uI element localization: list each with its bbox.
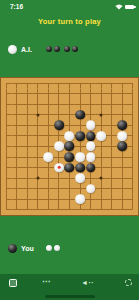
board-cell[interactable] — [22, 110, 33, 121]
board-cell[interactable] — [117, 99, 128, 110]
black-stone — [65, 163, 75, 173]
board-cell[interactable] — [12, 173, 23, 184]
board-cell[interactable] — [117, 131, 128, 142]
board-cell[interactable] — [64, 78, 75, 89]
board-cell[interactable] — [43, 110, 54, 121]
board-cell[interactable] — [22, 204, 33, 215]
black-stone — [86, 163, 96, 173]
board-cell[interactable] — [106, 110, 117, 121]
board-cell[interactable] — [75, 131, 86, 142]
board-cell[interactable] — [64, 99, 75, 110]
board-cell[interactable] — [54, 131, 65, 142]
white-stone — [75, 152, 85, 162]
captured-white-stone — [46, 245, 52, 251]
board-cell[interactable] — [54, 110, 65, 121]
black-stone — [54, 121, 64, 131]
board-cell[interactable] — [117, 120, 128, 131]
board-cell[interactable] — [64, 204, 75, 215]
board-cell[interactable] — [22, 183, 33, 194]
board-cell[interactable] — [43, 89, 54, 100]
home-indicator[interactable] — [45, 295, 95, 298]
white-stone — [117, 131, 127, 141]
board-cell[interactable] — [1, 141, 12, 152]
white-stone — [75, 173, 85, 183]
board-cell[interactable] — [33, 162, 44, 173]
hoshi-point — [100, 177, 103, 180]
board-cell[interactable] — [33, 99, 44, 110]
board-cell[interactable] — [54, 78, 65, 89]
board-cell[interactable] — [117, 183, 128, 194]
white-stone — [54, 163, 64, 173]
board-cell[interactable] — [85, 204, 96, 215]
stop-square-icon[interactable] — [9, 279, 17, 287]
board-cell[interactable] — [75, 194, 86, 205]
board-cell[interactable] — [43, 152, 54, 163]
board-cell[interactable] — [64, 110, 75, 121]
board-cell[interactable] — [85, 141, 96, 152]
board-cell[interactable] — [54, 99, 65, 110]
board-cell[interactable] — [64, 162, 75, 173]
status-icons — [115, 4, 135, 10]
board-cell[interactable] — [106, 89, 117, 100]
captured-black-stone — [64, 46, 70, 52]
white-stone — [65, 131, 75, 141]
board-cell[interactable] — [43, 99, 54, 110]
board-cell[interactable] — [33, 194, 44, 205]
board-cell[interactable] — [64, 194, 75, 205]
board-cell[interactable] — [96, 141, 107, 152]
board-cell[interactable] — [85, 99, 96, 110]
board-cell[interactable] — [117, 89, 128, 100]
you-player-row: You — [8, 243, 34, 253]
board-cell[interactable] — [54, 120, 65, 131]
board-cell[interactable] — [96, 152, 107, 163]
board-cell[interactable] — [12, 162, 23, 173]
board-cell[interactable] — [96, 204, 107, 215]
board-cell[interactable] — [96, 173, 107, 184]
hoshi-point — [36, 177, 39, 180]
board-cell[interactable] — [117, 110, 128, 121]
board-cell[interactable] — [43, 131, 54, 142]
board-cell[interactable] — [64, 120, 75, 131]
board-cell[interactable] — [127, 152, 138, 163]
ai-stone-icon — [8, 45, 17, 54]
ai-player-row: A.I. — [8, 44, 32, 54]
black-stone — [75, 163, 85, 173]
board-cell[interactable] — [106, 120, 117, 131]
white-stone — [44, 152, 54, 162]
wifi-icon — [115, 4, 123, 10]
board-cell[interactable] — [85, 78, 96, 89]
board-cell[interactable] — [117, 194, 128, 205]
white-stone — [54, 142, 64, 152]
white-stone — [75, 194, 85, 204]
ai-label: A.I. — [21, 46, 32, 53]
board-cell[interactable] — [117, 78, 128, 89]
board-cell[interactable] — [106, 78, 117, 89]
board-cell[interactable] — [117, 152, 128, 163]
board-cell[interactable] — [54, 173, 65, 184]
turn-message: Your turn to play — [0, 17, 139, 26]
board-cell[interactable] — [106, 99, 117, 110]
board-cell[interactable] — [127, 162, 138, 173]
board-cell[interactable] — [22, 173, 33, 184]
board-cell[interactable] — [22, 120, 33, 131]
board-cell[interactable] — [85, 110, 96, 121]
hoshi-point — [100, 113, 103, 116]
board-cell[interactable] — [127, 194, 138, 205]
board-cell[interactable] — [33, 152, 44, 163]
board-cell[interactable] — [106, 204, 117, 215]
board-cell[interactable] — [85, 173, 96, 184]
board-cell[interactable] — [85, 131, 96, 142]
captured-black-stone — [72, 46, 78, 52]
board-cell[interactable] — [1, 183, 12, 194]
board-cell[interactable] — [33, 183, 44, 194]
board-cell[interactable] — [43, 162, 54, 173]
board-cell[interactable] — [127, 141, 138, 152]
white-stone — [96, 131, 106, 141]
board-cell[interactable] — [43, 141, 54, 152]
board-cell[interactable] — [117, 173, 128, 184]
board-cell[interactable] — [43, 183, 54, 194]
captured-white-stone — [54, 245, 60, 251]
board-cell[interactable] — [96, 183, 107, 194]
board-cell[interactable] — [75, 162, 86, 173]
board-cell[interactable] — [96, 89, 107, 100]
board-cell[interactable] — [54, 183, 65, 194]
board-cell[interactable] — [22, 162, 33, 173]
black-stone — [86, 131, 96, 141]
board-cell[interactable] — [1, 162, 12, 173]
board-cell[interactable] — [1, 78, 12, 89]
board-cell[interactable] — [85, 162, 96, 173]
white-stone — [86, 184, 96, 194]
you-stone-icon — [8, 244, 17, 253]
board-cell[interactable] — [33, 204, 44, 215]
board-cell[interactable] — [1, 89, 12, 100]
board-cell[interactable] — [33, 131, 44, 142]
board-cell[interactable] — [75, 173, 86, 184]
white-stone — [86, 142, 96, 152]
board-cell[interactable] — [96, 162, 107, 173]
board-cell[interactable] — [12, 110, 23, 121]
board-cell[interactable] — [75, 204, 86, 215]
board-cell[interactable] — [12, 99, 23, 110]
white-stone — [86, 152, 96, 162]
board-cell[interactable] — [33, 110, 44, 121]
board-cell[interactable] — [106, 173, 117, 184]
board-cell[interactable] — [22, 131, 33, 142]
board-cell[interactable] — [54, 141, 65, 152]
captured-black-stone — [46, 46, 52, 52]
ai-captured-tray — [46, 44, 78, 54]
board-cell[interactable] — [22, 78, 33, 89]
board-cell[interactable] — [96, 131, 107, 142]
board-cell[interactable] — [22, 99, 33, 110]
board-cell[interactable] — [64, 141, 75, 152]
board-cell[interactable] — [117, 204, 128, 215]
board-cell[interactable] — [54, 152, 65, 163]
board-cell[interactable] — [106, 141, 117, 152]
board-cell[interactable] — [75, 78, 86, 89]
board-cell[interactable] — [43, 194, 54, 205]
you-label: You — [21, 245, 34, 252]
board-cell[interactable] — [117, 162, 128, 173]
go-board — [0, 77, 139, 216]
board-cell[interactable] — [12, 131, 23, 142]
board-cell[interactable] — [22, 194, 33, 205]
last-move-marker — [57, 166, 60, 169]
board-cell[interactable] — [1, 99, 12, 110]
board-cell[interactable] — [12, 194, 23, 205]
hoshi-point — [36, 113, 39, 116]
board-cell[interactable] — [43, 204, 54, 215]
board-cell[interactable] — [75, 183, 86, 194]
board-cell[interactable] — [22, 141, 33, 152]
board-cell[interactable] — [106, 162, 117, 173]
board-cell[interactable] — [54, 194, 65, 205]
board-cell[interactable] — [1, 120, 12, 131]
ellipsis-icon[interactable]: ⋯ — [42, 277, 51, 287]
board-cell[interactable] — [22, 152, 33, 163]
board-cell[interactable] — [127, 183, 138, 194]
board-cell[interactable] — [64, 152, 75, 163]
board-cell[interactable] — [12, 120, 23, 131]
board-cell[interactable] — [75, 120, 86, 131]
you-captured-tray — [46, 243, 60, 253]
board-cell[interactable] — [1, 131, 12, 142]
board-cell[interactable] — [75, 110, 86, 121]
board-cell[interactable] — [96, 194, 107, 205]
board-cell[interactable] — [54, 89, 65, 100]
board-cell[interactable] — [96, 110, 107, 121]
board-cell[interactable] — [127, 89, 138, 100]
black-stone — [75, 131, 85, 141]
battery-icon — [125, 5, 134, 10]
board-cell[interactable] — [117, 141, 128, 152]
board-cell[interactable] — [33, 173, 44, 184]
board-cell[interactable] — [96, 120, 107, 131]
board-cell[interactable] — [85, 152, 96, 163]
board-cell[interactable] — [64, 183, 75, 194]
board-cell[interactable] — [96, 99, 107, 110]
black-stone — [117, 142, 127, 152]
board-cell[interactable] — [96, 78, 107, 89]
board-cell[interactable] — [127, 173, 138, 184]
board-cell[interactable] — [1, 194, 12, 205]
gear-icon[interactable] — [125, 279, 132, 286]
board-cell[interactable] — [64, 89, 75, 100]
board-cell[interactable] — [33, 89, 44, 100]
board-cell[interactable] — [106, 194, 117, 205]
black-stone — [65, 152, 75, 162]
board-cell[interactable] — [75, 141, 86, 152]
board-cell[interactable] — [1, 110, 12, 121]
board-cell[interactable] — [127, 78, 138, 89]
board-cell[interactable] — [85, 183, 96, 194]
board-cell[interactable] — [64, 131, 75, 142]
board-cell[interactable] — [12, 204, 23, 215]
board-cell[interactable] — [75, 152, 86, 163]
board-cell[interactable] — [85, 120, 96, 131]
board-cell[interactable] — [12, 183, 23, 194]
board-cell[interactable] — [54, 204, 65, 215]
black-stone — [65, 142, 75, 152]
board-cell[interactable] — [127, 99, 138, 110]
board-cell[interactable] — [127, 204, 138, 215]
board-cell[interactable] — [12, 89, 23, 100]
board-cell[interactable] — [33, 141, 44, 152]
white-stone — [86, 121, 96, 131]
board-cell[interactable] — [106, 183, 117, 194]
black-stone — [117, 121, 127, 131]
board-cell[interactable] — [43, 173, 54, 184]
board-cell[interactable] — [1, 204, 12, 215]
board-cell[interactable] — [54, 162, 65, 173]
status-time: 7:16 — [10, 3, 23, 10]
app-screen: 7:16 Your turn to play A.I. You ⋯ ◄·· — [0, 0, 139, 300]
board-cell[interactable] — [12, 78, 23, 89]
board-cell[interactable] — [12, 141, 23, 152]
board-cell[interactable] — [106, 131, 117, 142]
black-stone — [75, 110, 85, 120]
bottom-toolbar: ⋯ ◄·· — [0, 274, 139, 300]
board-cell[interactable] — [22, 89, 33, 100]
board-cell[interactable] — [43, 120, 54, 131]
board-cell[interactable] — [33, 120, 44, 131]
captured-black-stone — [54, 46, 60, 52]
board-cell[interactable] — [106, 152, 117, 163]
board-cell[interactable] — [127, 110, 138, 121]
undo-moves-icon[interactable]: ◄·· — [81, 278, 94, 288]
board-cell[interactable] — [33, 78, 44, 89]
board-cell[interactable] — [12, 152, 23, 163]
board-cell[interactable] — [127, 120, 138, 131]
board-cell[interactable] — [1, 152, 12, 163]
board-cell[interactable] — [75, 89, 86, 100]
board-cell[interactable] — [85, 89, 96, 100]
board-cell[interactable] — [1, 173, 12, 184]
board-cell[interactable] — [64, 173, 75, 184]
board-cell[interactable] — [75, 99, 86, 110]
board-cell[interactable] — [43, 78, 54, 89]
board-cell[interactable] — [85, 194, 96, 205]
board-cell[interactable] — [127, 131, 138, 142]
